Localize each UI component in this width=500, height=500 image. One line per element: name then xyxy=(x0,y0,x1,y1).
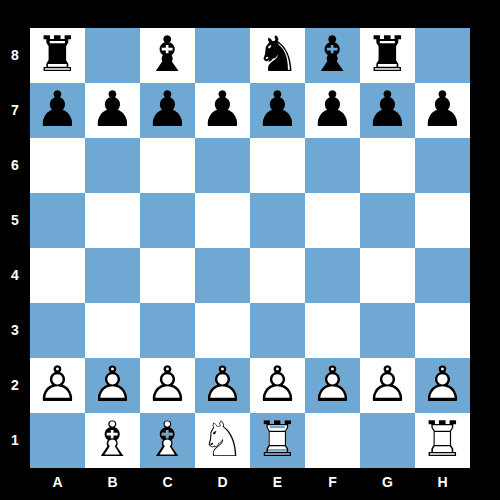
square-e2[interactable]: ♟♙ xyxy=(250,358,305,413)
piece-white-pawn[interactable]: ♟♙ xyxy=(415,358,470,413)
file-label-f: F xyxy=(305,468,360,496)
file-label-a: A xyxy=(30,468,85,496)
square-b8[interactable] xyxy=(85,28,140,83)
rook-outline-glyph: ♖ xyxy=(415,413,470,468)
square-h6[interactable] xyxy=(415,138,470,193)
piece-white-pawn[interactable]: ♟♙ xyxy=(140,358,195,413)
chessboard-diagram: 87654321 ABCDEFGH ♜♝♞♝♜♟♟♟♟♟♟♟♟♟♙♟♙♟♙♟♙♟… xyxy=(0,0,500,500)
piece-white-bishop[interactable]: ♝♗ xyxy=(140,413,195,468)
square-e6[interactable] xyxy=(250,138,305,193)
square-a1[interactable] xyxy=(30,413,85,468)
piece-black-pawn[interactable]: ♟ xyxy=(415,83,470,138)
piece-white-pawn[interactable]: ♟♙ xyxy=(85,358,140,413)
square-h8[interactable] xyxy=(415,28,470,83)
rank-label-6: 6 xyxy=(0,138,30,193)
pawn-outline-glyph: ♙ xyxy=(30,358,85,413)
file-label-g: G xyxy=(360,468,415,496)
square-f7[interactable]: ♟ xyxy=(305,83,360,138)
pawn-glyph: ♟ xyxy=(140,83,195,138)
rank-label-1: 1 xyxy=(0,413,30,468)
square-e4[interactable] xyxy=(250,248,305,303)
piece-black-pawn[interactable]: ♟ xyxy=(140,83,195,138)
square-b1[interactable]: ♝♗ xyxy=(85,413,140,468)
pawn-outline-glyph: ♙ xyxy=(305,358,360,413)
chess-board: ♜♝♞♝♜♟♟♟♟♟♟♟♟♟♙♟♙♟♙♟♙♟♙♟♙♟♙♟♙♝♗♝♗♞♘♜♖♜♖ xyxy=(30,28,470,468)
square-f3[interactable] xyxy=(305,303,360,358)
piece-white-pawn[interactable]: ♟♙ xyxy=(195,358,250,413)
square-d2[interactable]: ♟♙ xyxy=(195,358,250,413)
square-g3[interactable] xyxy=(360,303,415,358)
square-g4[interactable] xyxy=(360,248,415,303)
square-c7[interactable]: ♟ xyxy=(140,83,195,138)
square-g7[interactable]: ♟ xyxy=(360,83,415,138)
square-b6[interactable] xyxy=(85,138,140,193)
square-a2[interactable]: ♟♙ xyxy=(30,358,85,413)
square-e1[interactable]: ♜♖ xyxy=(250,413,305,468)
pawn-outline-glyph: ♙ xyxy=(195,358,250,413)
pawn-glyph: ♟ xyxy=(30,83,85,138)
square-e3[interactable] xyxy=(250,303,305,358)
pawn-outline-glyph: ♙ xyxy=(140,358,195,413)
square-e5[interactable] xyxy=(250,193,305,248)
square-c1[interactable]: ♝♗ xyxy=(140,413,195,468)
rook-glyph: ♜ xyxy=(30,28,85,83)
piece-black-pawn[interactable]: ♟ xyxy=(305,83,360,138)
piece-white-knight[interactable]: ♞♘ xyxy=(195,413,250,468)
square-e8[interactable]: ♞ xyxy=(250,28,305,83)
square-a5[interactable] xyxy=(30,193,85,248)
square-a8[interactable]: ♜ xyxy=(30,28,85,83)
square-b5[interactable] xyxy=(85,193,140,248)
rank-label-7: 7 xyxy=(0,83,30,138)
rank-labels: 87654321 xyxy=(0,28,30,468)
pawn-glyph: ♟ xyxy=(415,83,470,138)
rank-label-3: 3 xyxy=(0,303,30,358)
piece-white-pawn[interactable]: ♟♙ xyxy=(305,358,360,413)
piece-white-pawn[interactable]: ♟♙ xyxy=(250,358,305,413)
piece-black-bishop[interactable]: ♝ xyxy=(140,28,195,83)
pawn-outline-glyph: ♙ xyxy=(250,358,305,413)
square-g2[interactable]: ♟♙ xyxy=(360,358,415,413)
square-h5[interactable] xyxy=(415,193,470,248)
square-g6[interactable] xyxy=(360,138,415,193)
square-a6[interactable] xyxy=(30,138,85,193)
file-label-c: C xyxy=(140,468,195,496)
square-h3[interactable] xyxy=(415,303,470,358)
pawn-outline-glyph: ♙ xyxy=(415,358,470,413)
square-f8[interactable]: ♝ xyxy=(305,28,360,83)
pawn-glyph: ♟ xyxy=(250,83,305,138)
file-label-h: H xyxy=(415,468,470,496)
square-c8[interactable]: ♝ xyxy=(140,28,195,83)
pawn-outline-glyph: ♙ xyxy=(85,358,140,413)
rank-label-5: 5 xyxy=(0,193,30,248)
square-h1[interactable]: ♜♖ xyxy=(415,413,470,468)
square-c4[interactable] xyxy=(140,248,195,303)
piece-white-rook[interactable]: ♜♖ xyxy=(415,413,470,468)
square-d8[interactable] xyxy=(195,28,250,83)
square-b3[interactable] xyxy=(85,303,140,358)
square-d1[interactable]: ♞♘ xyxy=(195,413,250,468)
piece-white-pawn[interactable]: ♟♙ xyxy=(360,358,415,413)
square-c2[interactable]: ♟♙ xyxy=(140,358,195,413)
square-d3[interactable] xyxy=(195,303,250,358)
square-b4[interactable] xyxy=(85,248,140,303)
square-d5[interactable] xyxy=(195,193,250,248)
bishop-outline-glyph: ♗ xyxy=(140,413,195,468)
square-h4[interactable] xyxy=(415,248,470,303)
piece-black-rook[interactable]: ♜ xyxy=(360,28,415,83)
square-f6[interactable] xyxy=(305,138,360,193)
pawn-glyph: ♟ xyxy=(305,83,360,138)
piece-black-bishop[interactable]: ♝ xyxy=(305,28,360,83)
square-f5[interactable] xyxy=(305,193,360,248)
square-c6[interactable] xyxy=(140,138,195,193)
square-h2[interactable]: ♟♙ xyxy=(415,358,470,413)
piece-black-knight[interactable]: ♞ xyxy=(250,28,305,83)
square-a7[interactable]: ♟ xyxy=(30,83,85,138)
knight-outline-glyph: ♘ xyxy=(195,413,250,468)
square-f2[interactable]: ♟♙ xyxy=(305,358,360,413)
square-a3[interactable] xyxy=(30,303,85,358)
square-g1[interactable] xyxy=(360,413,415,468)
rook-glyph: ♜ xyxy=(360,28,415,83)
knight-glyph: ♞ xyxy=(250,28,305,83)
square-g5[interactable] xyxy=(360,193,415,248)
square-d4[interactable] xyxy=(195,248,250,303)
square-b7[interactable]: ♟ xyxy=(85,83,140,138)
rank-label-8: 8 xyxy=(0,28,30,83)
piece-black-pawn[interactable]: ♟ xyxy=(360,83,415,138)
bishop-outline-glyph: ♗ xyxy=(85,413,140,468)
piece-white-bishop[interactable]: ♝♗ xyxy=(85,413,140,468)
rank-label-4: 4 xyxy=(0,248,30,303)
file-label-e: E xyxy=(250,468,305,496)
square-d6[interactable] xyxy=(195,138,250,193)
file-label-b: B xyxy=(85,468,140,496)
square-f4[interactable] xyxy=(305,248,360,303)
square-g8[interactable]: ♜ xyxy=(360,28,415,83)
file-labels: ABCDEFGH xyxy=(30,468,470,500)
piece-white-rook[interactable]: ♜♖ xyxy=(250,413,305,468)
piece-black-pawn[interactable]: ♟ xyxy=(195,83,250,138)
rank-label-2: 2 xyxy=(0,358,30,413)
square-e7[interactable]: ♟ xyxy=(250,83,305,138)
piece-white-pawn[interactable]: ♟♙ xyxy=(30,358,85,413)
pawn-glyph: ♟ xyxy=(195,83,250,138)
square-h7[interactable]: ♟ xyxy=(415,83,470,138)
pawn-outline-glyph: ♙ xyxy=(360,358,415,413)
piece-black-pawn[interactable]: ♟ xyxy=(250,83,305,138)
square-c3[interactable] xyxy=(140,303,195,358)
square-f1[interactable] xyxy=(305,413,360,468)
rook-outline-glyph: ♖ xyxy=(250,413,305,468)
square-a4[interactable] xyxy=(30,248,85,303)
bishop-glyph: ♝ xyxy=(305,28,360,83)
square-b2[interactable]: ♟♙ xyxy=(85,358,140,413)
square-d7[interactable]: ♟ xyxy=(195,83,250,138)
square-c5[interactable] xyxy=(140,193,195,248)
piece-black-pawn[interactable]: ♟ xyxy=(30,83,85,138)
piece-black-pawn[interactable]: ♟ xyxy=(85,83,140,138)
bishop-glyph: ♝ xyxy=(140,28,195,83)
pawn-glyph: ♟ xyxy=(360,83,415,138)
file-label-d: D xyxy=(195,468,250,496)
pawn-glyph: ♟ xyxy=(85,83,140,138)
piece-black-rook[interactable]: ♜ xyxy=(30,28,85,83)
